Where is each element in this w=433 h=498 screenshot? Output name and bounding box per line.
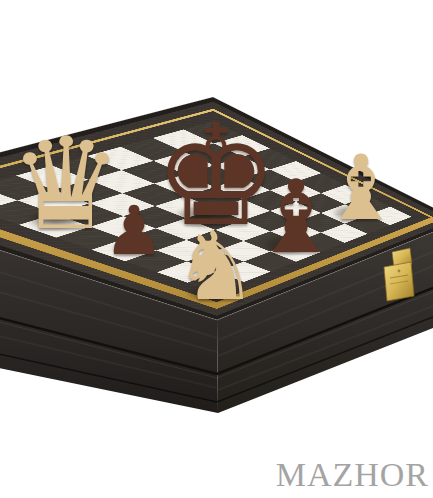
piece-shadow [187, 285, 229, 301]
piece-shadow [28, 210, 82, 231]
chess-set-product-photo: ♛♚♟♞♝♝ MAZHOR [0, 0, 433, 498]
piece-shadow [265, 236, 309, 253]
piece-shadow [175, 205, 234, 227]
piece-shadow [333, 205, 373, 221]
watermark: MAZHOR [276, 456, 429, 494]
